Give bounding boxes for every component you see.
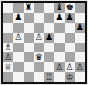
square-h4[interactable]	[75, 43, 85, 53]
black-pawn-icon: ♟	[55, 13, 63, 22]
square-h8[interactable]	[75, 3, 85, 13]
square-c1[interactable]	[24, 72, 34, 82]
black-queen-icon: ♛	[35, 52, 43, 61]
board-grid: ♜♝♚♟♟♟♟♙♙♟♗♙♛♕♙♙♙♖♔	[3, 3, 85, 82]
white-pawn-icon: ♙	[14, 33, 22, 42]
square-d6[interactable]	[34, 23, 44, 33]
black-pawn-icon: ♟	[66, 13, 74, 22]
square-f7[interactable]: ♟	[54, 13, 64, 23]
white-king-icon: ♔	[66, 72, 74, 81]
square-d8[interactable]	[34, 3, 44, 13]
square-c3[interactable]	[24, 52, 34, 62]
square-d7[interactable]	[34, 13, 44, 23]
square-h5[interactable]	[75, 33, 85, 43]
square-b5[interactable]: ♙	[13, 33, 23, 43]
square-f3[interactable]	[54, 52, 64, 62]
square-b1[interactable]	[13, 72, 23, 82]
white-queen-icon: ♕	[4, 62, 12, 71]
square-g8[interactable]: ♚	[65, 3, 75, 13]
black-bishop-icon: ♝	[55, 3, 63, 12]
square-c6[interactable]	[24, 23, 34, 33]
square-e6[interactable]	[44, 23, 54, 33]
square-h7[interactable]	[75, 13, 85, 23]
square-d3[interactable]: ♛	[34, 52, 44, 62]
square-e5[interactable]: ♟	[44, 33, 54, 43]
square-h1[interactable]	[75, 72, 85, 82]
white-bishop-icon: ♗	[4, 43, 12, 52]
square-h6[interactable]: ♟	[75, 23, 85, 33]
chess-board: ♜♝♚♟♟♟♟♙♙♟♗♙♛♕♙♙♙♖♔	[1, 1, 87, 84]
white-pawn-icon: ♙	[4, 52, 12, 61]
square-e7[interactable]	[44, 13, 54, 23]
square-c2[interactable]	[24, 62, 34, 72]
square-g1[interactable]: ♔	[65, 72, 75, 82]
black-pawn-icon: ♟	[76, 23, 84, 32]
square-a2[interactable]: ♕	[3, 62, 13, 72]
square-g6[interactable]	[65, 23, 75, 33]
square-a5[interactable]	[3, 33, 13, 43]
square-b7[interactable]: ♟	[13, 13, 23, 23]
square-g4[interactable]	[65, 43, 75, 53]
black-pawn-icon: ♟	[14, 13, 22, 22]
square-d5[interactable]: ♙	[34, 33, 44, 43]
square-b6[interactable]	[13, 23, 23, 33]
black-pawn-icon: ♟	[45, 33, 53, 42]
black-rook-icon: ♜	[25, 3, 33, 12]
square-e1[interactable]: ♖	[44, 72, 54, 82]
square-g2[interactable]: ♙	[65, 62, 75, 72]
square-f2[interactable]: ♙	[54, 62, 64, 72]
white-pawn-icon: ♙	[55, 62, 63, 71]
square-b4[interactable]	[13, 43, 23, 53]
square-f4[interactable]	[54, 43, 64, 53]
square-h3[interactable]	[75, 52, 85, 62]
square-b3[interactable]	[13, 52, 23, 62]
square-g5[interactable]	[65, 33, 75, 43]
square-f5[interactable]	[54, 33, 64, 43]
white-pawn-icon: ♙	[35, 33, 43, 42]
square-g3[interactable]	[65, 52, 75, 62]
white-rook-icon: ♖	[45, 72, 53, 81]
square-a7[interactable]	[3, 13, 13, 23]
black-king-icon: ♚	[66, 3, 74, 12]
square-a3[interactable]: ♙	[3, 52, 13, 62]
square-d4[interactable]	[34, 43, 44, 53]
square-b8[interactable]	[13, 3, 23, 13]
square-a8[interactable]	[3, 3, 13, 13]
square-c5[interactable]	[24, 33, 34, 43]
square-a6[interactable]	[3, 23, 13, 33]
square-h2[interactable]: ♙	[75, 62, 85, 72]
square-d2[interactable]	[34, 62, 44, 72]
square-d1[interactable]	[34, 72, 44, 82]
white-pawn-icon: ♙	[66, 62, 74, 71]
square-f1[interactable]	[54, 72, 64, 82]
white-pawn-icon: ♙	[76, 62, 84, 71]
square-e8[interactable]	[44, 3, 54, 13]
square-a1[interactable]	[3, 72, 13, 82]
square-f8[interactable]: ♝	[54, 3, 64, 13]
square-a4[interactable]: ♗	[3, 43, 13, 53]
square-e4[interactable]	[44, 43, 54, 53]
square-e2[interactable]	[44, 62, 54, 72]
square-c4[interactable]	[24, 43, 34, 53]
square-b2[interactable]	[13, 62, 23, 72]
square-c7[interactable]	[24, 13, 34, 23]
square-c8[interactable]: ♜	[24, 3, 34, 13]
square-f6[interactable]	[54, 23, 64, 33]
square-e3[interactable]	[44, 52, 54, 62]
square-g7[interactable]: ♟	[65, 13, 75, 23]
